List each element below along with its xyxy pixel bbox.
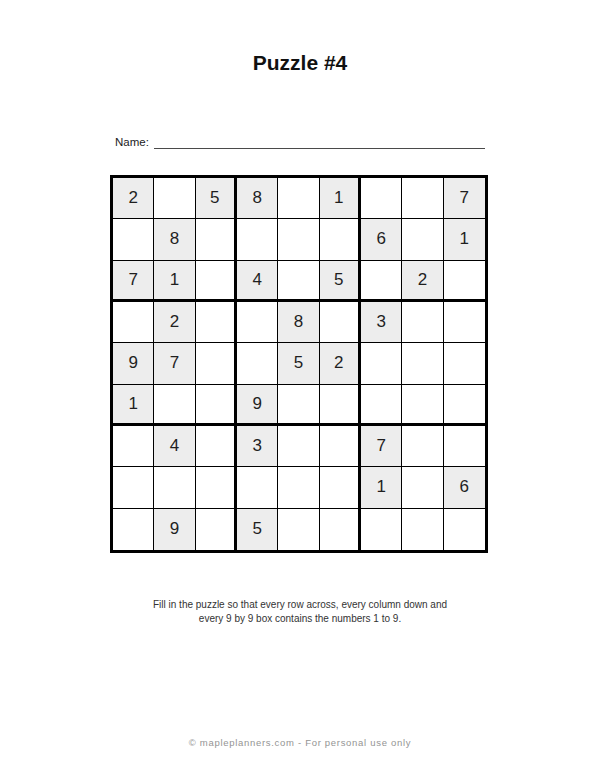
sudoku-cell-given-r9c2: 9 [154, 509, 195, 550]
sudoku-cell-empty-r9c7[interactable] [361, 509, 402, 550]
sudoku-cell-empty-r5c3[interactable] [196, 343, 237, 384]
sudoku-cell-empty-r5c7[interactable] [361, 343, 402, 384]
sudoku-cell-empty-r3c9[interactable] [444, 261, 485, 302]
sudoku-cell-given-r8c7: 1 [361, 467, 402, 508]
sudoku-cell-empty-r2c6[interactable] [320, 219, 361, 260]
sudoku-cell-empty-r7c6[interactable] [320, 426, 361, 467]
sudoku-cell-empty-r8c1[interactable] [113, 467, 154, 508]
sudoku-cell-empty-r7c1[interactable] [113, 426, 154, 467]
sudoku-cell-given-r4c5: 8 [278, 302, 319, 343]
sudoku-cell-given-r7c4: 3 [237, 426, 278, 467]
sudoku-cell-given-r1c3: 5 [196, 178, 237, 219]
page: Puzzle #4 Name: 258178617145228397521943… [0, 0, 600, 776]
sudoku-cell-empty-r6c9[interactable] [444, 385, 485, 426]
sudoku-cell-empty-r1c8[interactable] [402, 178, 443, 219]
sudoku-cell-empty-r9c9[interactable] [444, 509, 485, 550]
sudoku-cell-empty-r6c3[interactable] [196, 385, 237, 426]
sudoku-cell-empty-r8c6[interactable] [320, 467, 361, 508]
sudoku-cell-empty-r6c5[interactable] [278, 385, 319, 426]
sudoku-cell-given-r4c7: 3 [361, 302, 402, 343]
sudoku-cell-given-r6c1: 1 [113, 385, 154, 426]
sudoku-cell-empty-r6c8[interactable] [402, 385, 443, 426]
sudoku-cell-empty-r8c8[interactable] [402, 467, 443, 508]
sudoku-cell-empty-r4c8[interactable] [402, 302, 443, 343]
sudoku-cell-empty-r9c6[interactable] [320, 509, 361, 550]
sudoku-cell-empty-r2c4[interactable] [237, 219, 278, 260]
sudoku-cell-empty-r3c5[interactable] [278, 261, 319, 302]
sudoku-cell-given-r2c7: 6 [361, 219, 402, 260]
sudoku-cell-given-r1c1: 2 [113, 178, 154, 219]
sudoku-cell-empty-r1c5[interactable] [278, 178, 319, 219]
sudoku-cell-empty-r7c8[interactable] [402, 426, 443, 467]
sudoku-cell-empty-r2c5[interactable] [278, 219, 319, 260]
instructions: Fill in the puzzle so that every row acr… [0, 598, 600, 625]
sudoku-cell-given-r5c2: 7 [154, 343, 195, 384]
sudoku-cell-empty-r9c3[interactable] [196, 509, 237, 550]
footer-text: © mapleplanners.com - For personal use o… [0, 737, 600, 748]
sudoku-cell-empty-r2c1[interactable] [113, 219, 154, 260]
sudoku-cell-empty-r4c4[interactable] [237, 302, 278, 343]
sudoku-cell-empty-r3c3[interactable] [196, 261, 237, 302]
sudoku-cell-given-r7c7: 7 [361, 426, 402, 467]
sudoku-cell-empty-r4c1[interactable] [113, 302, 154, 343]
sudoku-cell-given-r2c2: 8 [154, 219, 195, 260]
name-label: Name: [115, 136, 149, 149]
sudoku-cell-given-r4c2: 2 [154, 302, 195, 343]
sudoku-cell-empty-r8c3[interactable] [196, 467, 237, 508]
sudoku-cell-empty-r5c9[interactable] [444, 343, 485, 384]
sudoku-cell-empty-r6c7[interactable] [361, 385, 402, 426]
sudoku-cell-empty-r8c4[interactable] [237, 467, 278, 508]
page-title: Puzzle #4 [0, 51, 600, 75]
sudoku-cell-empty-r4c6[interactable] [320, 302, 361, 343]
sudoku-cell-empty-r2c3[interactable] [196, 219, 237, 260]
sudoku-cell-given-r5c1: 9 [113, 343, 154, 384]
sudoku-cell-empty-r9c1[interactable] [113, 509, 154, 550]
sudoku-cell-empty-r1c7[interactable] [361, 178, 402, 219]
sudoku-cell-given-r3c1: 7 [113, 261, 154, 302]
sudoku-grid: 25817861714522839752194371695 [110, 175, 488, 553]
sudoku-cell-given-r9c4: 5 [237, 509, 278, 550]
sudoku-cell-given-r1c4: 8 [237, 178, 278, 219]
sudoku-cell-empty-r5c8[interactable] [402, 343, 443, 384]
sudoku-cell-empty-r2c8[interactable] [402, 219, 443, 260]
sudoku-cell-given-r3c2: 1 [154, 261, 195, 302]
sudoku-cell-given-r1c6: 1 [320, 178, 361, 219]
instructions-line-1: Fill in the puzzle so that every row acr… [0, 598, 600, 612]
sudoku-cell-empty-r6c6[interactable] [320, 385, 361, 426]
sudoku-cell-given-r8c9: 6 [444, 467, 485, 508]
name-input-line[interactable] [154, 133, 485, 149]
sudoku-cell-given-r1c9: 7 [444, 178, 485, 219]
name-row: Name: [115, 133, 485, 149]
sudoku-cell-empty-r4c9[interactable] [444, 302, 485, 343]
sudoku-cell-given-r2c9: 1 [444, 219, 485, 260]
sudoku-cell-empty-r9c5[interactable] [278, 509, 319, 550]
sudoku-cell-given-r3c6: 5 [320, 261, 361, 302]
sudoku-cell-empty-r7c5[interactable] [278, 426, 319, 467]
instructions-line-2: every 9 by 9 box contains the numbers 1 … [0, 612, 600, 626]
sudoku-cell-empty-r1c2[interactable] [154, 178, 195, 219]
sudoku-cell-given-r6c4: 9 [237, 385, 278, 426]
sudoku-cell-given-r3c8: 2 [402, 261, 443, 302]
sudoku-cell-empty-r8c5[interactable] [278, 467, 319, 508]
sudoku-cell-given-r5c5: 5 [278, 343, 319, 384]
sudoku-cell-empty-r9c8[interactable] [402, 509, 443, 550]
sudoku-cell-empty-r4c3[interactable] [196, 302, 237, 343]
sudoku-cell-given-r3c4: 4 [237, 261, 278, 302]
sudoku-cell-empty-r6c2[interactable] [154, 385, 195, 426]
sudoku-cell-given-r5c6: 2 [320, 343, 361, 384]
sudoku-cell-empty-r7c9[interactable] [444, 426, 485, 467]
sudoku-cell-empty-r3c7[interactable] [361, 261, 402, 302]
sudoku-cell-empty-r8c2[interactable] [154, 467, 195, 508]
sudoku-cell-empty-r7c3[interactable] [196, 426, 237, 467]
sudoku-cell-empty-r5c4[interactable] [237, 343, 278, 384]
sudoku-cell-given-r7c2: 4 [154, 426, 195, 467]
